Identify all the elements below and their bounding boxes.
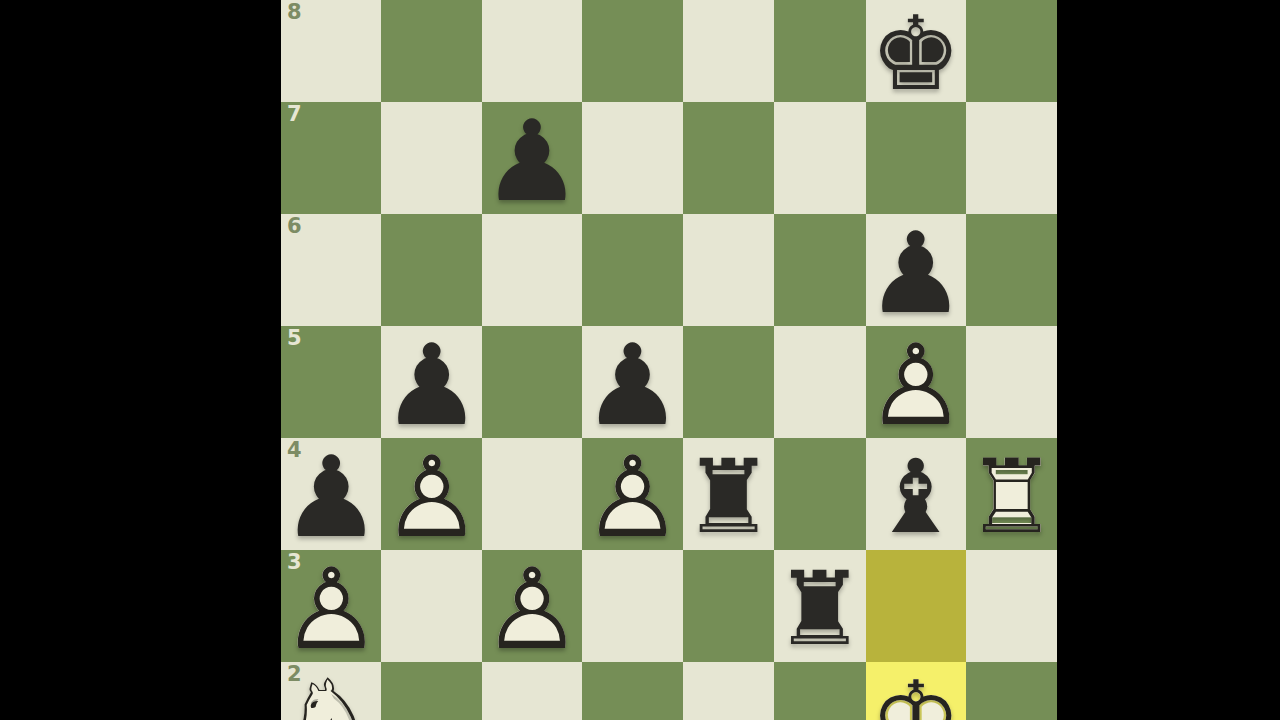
rank-label-6: 6 <box>287 216 302 237</box>
square-c4[interactable] <box>482 438 582 550</box>
square-b5[interactable]: ♟ <box>381 326 481 438</box>
black-pawn-icon: ♟ <box>281 441 381 553</box>
square-e6[interactable] <box>683 214 774 326</box>
piece-white-knight[interactable]: ♞♘ <box>283 665 380 720</box>
square-a2[interactable]: 2♞♘ <box>281 662 381 720</box>
square-d7[interactable] <box>582 102 682 214</box>
chess-board: 8♚7♟6♟5♟♟♟♙4♟♟♙♟♙♜♝♜♖3♟♙♟♙♜2♞♘♚♔1abcdefg… <box>281 0 997 716</box>
square-a8[interactable]: 8 <box>281 0 381 102</box>
black-rook-icon: ♜ <box>683 446 774 548</box>
square-e8[interactable] <box>683 0 774 102</box>
square-h7[interactable] <box>966 102 1057 214</box>
square-b7[interactable] <box>381 102 481 214</box>
piece-black-pawn[interactable]: ♟ <box>281 441 381 553</box>
piece-black-rook[interactable]: ♜ <box>774 558 865 660</box>
rank-label-8: 8 <box>287 2 302 23</box>
square-g4[interactable]: ♝ <box>866 438 966 550</box>
square-d2[interactable] <box>582 662 682 720</box>
square-b4[interactable]: ♟♙ <box>381 438 481 550</box>
square-f8[interactable] <box>774 0 865 102</box>
square-c6[interactable] <box>482 214 582 326</box>
square-b3[interactable] <box>381 550 481 662</box>
black-pawn-icon: ♟ <box>582 329 682 441</box>
square-a6[interactable]: 6 <box>281 214 381 326</box>
black-pawn-icon: ♟ <box>381 329 481 441</box>
square-e5[interactable] <box>683 326 774 438</box>
square-h3[interactable] <box>966 550 1057 662</box>
black-pawn-icon: ♟ <box>482 105 582 217</box>
white-pawn-outline-icon: ♙ <box>582 441 682 553</box>
square-d4[interactable]: ♟♙ <box>582 438 682 550</box>
square-f7[interactable] <box>774 102 865 214</box>
square-e3[interactable] <box>683 550 774 662</box>
square-b2[interactable] <box>381 662 481 720</box>
black-bishop-icon: ♝ <box>870 446 961 548</box>
square-c3[interactable]: ♟♙ <box>482 550 582 662</box>
black-king-icon: ♚ <box>870 3 961 105</box>
square-h8[interactable] <box>966 0 1057 102</box>
square-f2[interactable] <box>774 662 865 720</box>
square-h5[interactable] <box>966 326 1057 438</box>
square-c8[interactable] <box>482 0 582 102</box>
square-d3[interactable] <box>582 550 682 662</box>
rank-label-7: 7 <box>287 104 302 125</box>
white-pawn-outline-icon: ♙ <box>281 553 381 665</box>
square-a3[interactable]: 3♟♙ <box>281 550 381 662</box>
letterbox-background: 8♚7♟6♟5♟♟♟♙4♟♟♙♟♙♜♝♜♖3♟♙♟♙♜2♞♘♚♔1abcdefg… <box>0 0 1280 720</box>
black-pawn-icon: ♟ <box>866 217 966 329</box>
piece-black-bishop[interactable]: ♝ <box>870 446 961 548</box>
piece-black-king[interactable]: ♚ <box>870 3 961 105</box>
piece-white-pawn[interactable]: ♟♙ <box>482 553 582 665</box>
piece-black-rook[interactable]: ♜ <box>683 446 774 548</box>
square-e4[interactable]: ♜ <box>683 438 774 550</box>
square-e7[interactable] <box>683 102 774 214</box>
black-rook-icon: ♜ <box>774 558 865 660</box>
square-h2[interactable] <box>966 662 1057 720</box>
piece-black-pawn[interactable]: ♟ <box>866 217 966 329</box>
piece-white-pawn[interactable]: ♟♙ <box>582 441 682 553</box>
square-b6[interactable] <box>381 214 481 326</box>
piece-white-pawn[interactable]: ♟♙ <box>381 441 481 553</box>
white-pawn-outline-icon: ♙ <box>381 441 481 553</box>
square-a5[interactable]: 5 <box>281 326 381 438</box>
piece-black-pawn[interactable]: ♟ <box>582 329 682 441</box>
white-king-outline-icon: ♔ <box>870 668 961 720</box>
square-c7[interactable]: ♟ <box>482 102 582 214</box>
square-c5[interactable] <box>482 326 582 438</box>
square-a4[interactable]: 4♟ <box>281 438 381 550</box>
white-knight-outline-icon: ♘ <box>283 665 380 720</box>
square-a7[interactable]: 7 <box>281 102 381 214</box>
square-e2[interactable] <box>683 662 774 720</box>
square-f3[interactable]: ♜ <box>774 550 865 662</box>
white-pawn-outline-icon: ♙ <box>482 553 582 665</box>
rank-label-5: 5 <box>287 328 302 349</box>
piece-white-pawn[interactable]: ♟♙ <box>281 553 381 665</box>
piece-white-rook[interactable]: ♜♖ <box>966 446 1057 548</box>
square-d6[interactable] <box>582 214 682 326</box>
square-g3[interactable] <box>866 550 966 662</box>
piece-black-pawn[interactable]: ♟ <box>381 329 481 441</box>
square-g6[interactable]: ♟ <box>866 214 966 326</box>
piece-black-pawn[interactable]: ♟ <box>482 105 582 217</box>
square-g5[interactable]: ♟♙ <box>866 326 966 438</box>
square-h6[interactable] <box>966 214 1057 326</box>
square-g2[interactable]: ♚♔ <box>866 662 966 720</box>
square-f5[interactable] <box>774 326 865 438</box>
square-d8[interactable] <box>582 0 682 102</box>
square-f6[interactable] <box>774 214 865 326</box>
square-f4[interactable] <box>774 438 865 550</box>
white-rook-outline-icon: ♖ <box>966 446 1057 548</box>
square-h4[interactable]: ♜♖ <box>966 438 1057 550</box>
piece-white-pawn[interactable]: ♟♙ <box>866 329 966 441</box>
piece-white-king[interactable]: ♚♔ <box>870 668 961 720</box>
white-pawn-outline-icon: ♙ <box>866 329 966 441</box>
square-g8[interactable]: ♚ <box>866 0 966 102</box>
square-d5[interactable]: ♟ <box>582 326 682 438</box>
square-g7[interactable] <box>866 102 966 214</box>
square-b8[interactable] <box>381 0 481 102</box>
